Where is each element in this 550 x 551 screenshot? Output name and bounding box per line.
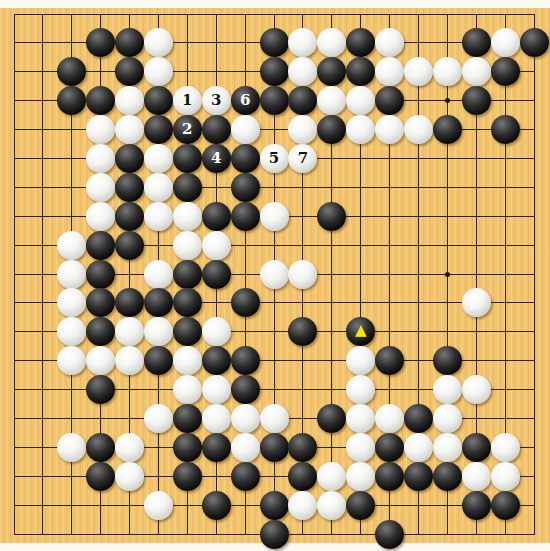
black-stone[interactable] [115,231,144,260]
black-stone[interactable] [491,57,520,86]
black-stone[interactable] [433,462,462,491]
white-stone[interactable] [144,202,173,231]
black-stone[interactable] [173,288,202,317]
black-stone[interactable] [433,115,462,144]
white-stone[interactable] [144,404,173,433]
black-stone[interactable] [491,491,520,520]
black-stone[interactable] [144,346,173,375]
white-stone[interactable] [491,462,520,491]
white-stone[interactable] [173,231,202,260]
black-stone[interactable] [202,346,231,375]
black-stone[interactable] [375,433,404,462]
black-stone[interactable] [231,288,260,317]
white-stone[interactable] [288,260,317,289]
white-stone[interactable] [86,173,115,202]
white-stone[interactable] [202,404,231,433]
white-stone[interactable] [260,202,289,231]
black-stone[interactable] [202,144,231,173]
white-stone[interactable] [202,317,231,346]
black-stone[interactable] [86,375,115,404]
black-stone[interactable] [317,202,346,231]
white-stone[interactable] [346,462,375,491]
white-stone[interactable] [115,462,144,491]
white-stone[interactable] [202,231,231,260]
white-stone[interactable] [404,57,433,86]
board-top-margin [0,0,550,8]
white-stone[interactable] [173,346,202,375]
black-stone[interactable] [491,115,520,144]
white-stone[interactable] [433,433,462,462]
white-stone[interactable] [57,433,86,462]
white-stone[interactable] [317,491,346,520]
black-stone[interactable] [86,231,115,260]
black-stone[interactable] [173,144,202,173]
white-stone[interactable] [462,462,491,491]
black-stone[interactable] [260,520,289,549]
white-stone[interactable] [144,144,173,173]
white-stone[interactable] [144,57,173,86]
black-stone[interactable] [462,86,491,115]
black-stone[interactable] [462,28,491,57]
white-stone[interactable] [144,260,173,289]
white-stone[interactable] [462,288,491,317]
white-stone[interactable] [260,260,289,289]
black-stone[interactable] [115,173,144,202]
white-stone[interactable] [86,115,115,144]
white-stone[interactable] [260,144,289,173]
black-stone[interactable] [375,462,404,491]
black-stone[interactable] [231,202,260,231]
black-stone[interactable] [173,115,202,144]
black-stone[interactable] [260,86,289,115]
black-stone[interactable] [260,433,289,462]
white-stone[interactable] [57,260,86,289]
white-stone[interactable] [115,86,144,115]
white-stone[interactable] [433,375,462,404]
black-stone[interactable] [317,404,346,433]
black-stone[interactable] [260,491,289,520]
black-stone[interactable] [404,404,433,433]
white-stone[interactable] [115,433,144,462]
black-stone[interactable] [260,28,289,57]
black-stone[interactable] [173,462,202,491]
white-stone[interactable] [404,115,433,144]
star-point [445,98,450,103]
black-stone[interactable] [520,28,549,57]
black-stone[interactable] [231,173,260,202]
black-stone[interactable] [433,346,462,375]
black-stone[interactable] [202,202,231,231]
white-stone[interactable] [317,462,346,491]
go-board: 1234567▲ [0,0,550,551]
white-stone[interactable] [433,57,462,86]
white-stone[interactable] [173,202,202,231]
black-stone[interactable] [202,260,231,289]
black-stone[interactable] [86,260,115,289]
black-stone[interactable] [173,260,202,289]
white-stone[interactable] [346,433,375,462]
white-stone[interactable] [86,144,115,173]
black-stone[interactable] [173,404,202,433]
white-stone[interactable] [433,404,462,433]
black-stone[interactable] [86,462,115,491]
black-stone[interactable] [346,491,375,520]
white-stone[interactable] [491,28,520,57]
white-stone[interactable] [375,115,404,144]
black-stone[interactable] [144,115,173,144]
white-stone[interactable] [173,375,202,404]
black-stone[interactable] [404,462,433,491]
white-stone[interactable] [404,433,433,462]
white-stone[interactable] [231,115,260,144]
black-stone[interactable] [231,346,260,375]
white-stone[interactable] [144,491,173,520]
white-stone[interactable] [231,404,260,433]
black-stone[interactable] [288,462,317,491]
black-stone[interactable] [375,520,404,549]
white-stone[interactable] [115,346,144,375]
grid-line-vertical [534,14,535,535]
white-stone[interactable] [346,115,375,144]
white-stone[interactable] [491,433,520,462]
black-stone[interactable] [202,115,231,144]
black-stone[interactable] [115,202,144,231]
white-stone[interactable] [144,317,173,346]
black-stone[interactable] [231,462,260,491]
white-stone[interactable] [288,491,317,520]
black-stone[interactable] [260,57,289,86]
black-stone[interactable] [115,144,144,173]
black-stone[interactable] [144,86,173,115]
white-stone[interactable] [375,404,404,433]
black-stone[interactable] [86,433,115,462]
black-stone[interactable] [375,346,404,375]
white-stone[interactable] [346,375,375,404]
white-stone[interactable] [57,231,86,260]
black-stone[interactable] [202,433,231,462]
star-point [445,272,450,277]
black-stone[interactable] [231,375,260,404]
black-stone[interactable] [231,144,260,173]
black-stone[interactable] [231,86,260,115]
white-stone[interactable] [462,57,491,86]
white-stone[interactable] [462,375,491,404]
white-stone[interactable] [115,115,144,144]
black-stone[interactable] [173,433,202,462]
white-stone[interactable] [86,202,115,231]
black-stone[interactable] [202,491,231,520]
black-stone[interactable] [288,433,317,462]
white-stone[interactable] [260,404,289,433]
white-stone[interactable] [144,173,173,202]
black-stone[interactable] [375,86,404,115]
black-stone[interactable] [462,433,491,462]
white-stone[interactable] [231,433,260,462]
white-stone[interactable] [202,86,231,115]
white-stone[interactable] [202,375,231,404]
black-stone[interactable] [462,491,491,520]
white-stone[interactable] [173,86,202,115]
black-stone[interactable] [173,317,202,346]
black-stone[interactable] [173,173,202,202]
white-stone[interactable] [346,404,375,433]
